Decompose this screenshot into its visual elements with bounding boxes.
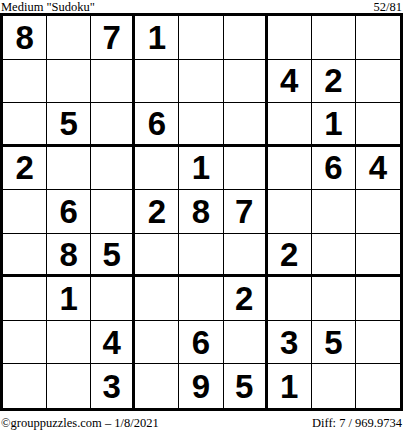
cell-r6c4[interactable]	[135, 234, 179, 278]
cell-r2c3[interactable]	[91, 60, 135, 104]
cell-r3c2[interactable]: 5	[47, 103, 91, 147]
cell-r9c5[interactable]: 9	[179, 364, 223, 408]
given-digit: 1	[148, 21, 166, 54]
sudoku-page: Medium "Sudoku" 52/81 871425612164628785…	[0, 0, 403, 437]
given-digit: 3	[280, 326, 298, 359]
given-digit: 8	[59, 238, 77, 271]
cell-r9c6[interactable]: 5	[224, 364, 268, 408]
progress-counter: 52/81	[374, 1, 402, 13]
given-digit: 8	[15, 21, 33, 54]
cell-r3c4[interactable]: 6	[135, 103, 179, 147]
cell-r3c6[interactable]	[224, 103, 268, 147]
cell-r9c3[interactable]: 3	[91, 364, 135, 408]
difficulty-text: Diff: 7 / 969.9734	[312, 416, 402, 430]
cell-r1c3[interactable]: 7	[91, 16, 135, 60]
cell-r5c1[interactable]	[3, 190, 47, 234]
given-digit: 4	[280, 64, 298, 97]
puzzle-title: Medium "Sudoku"	[1, 1, 95, 13]
cell-r5c9[interactable]	[356, 190, 400, 234]
cell-r8c8[interactable]: 5	[312, 321, 356, 365]
cell-r8c4[interactable]	[135, 321, 179, 365]
cell-r7c3[interactable]	[91, 277, 135, 321]
copyright-text: ©grouppuzzles.com – 1/8/2021	[1, 416, 159, 430]
given-digit: 6	[148, 107, 166, 140]
cell-r3c8[interactable]: 1	[312, 103, 356, 147]
footer: ©grouppuzzles.com – 1/8/2021 Diff: 7 / 9…	[0, 411, 403, 430]
cell-r7c8[interactable]	[312, 277, 356, 321]
cell-r4c5[interactable]: 1	[179, 147, 223, 191]
cell-r7c4[interactable]	[135, 277, 179, 321]
given-digit: 3	[103, 370, 121, 403]
given-digit: 2	[324, 64, 342, 97]
cell-r8c3[interactable]: 4	[91, 321, 135, 365]
cell-r4c3[interactable]	[91, 147, 135, 191]
cell-r1c1[interactable]: 8	[3, 16, 47, 60]
given-digit: 6	[59, 195, 77, 228]
cell-r5c3[interactable]	[91, 190, 135, 234]
given-digit: 2	[15, 151, 33, 184]
cell-r3c5[interactable]	[179, 103, 223, 147]
given-digit: 1	[324, 107, 342, 140]
given-digit: 2	[235, 282, 253, 315]
header: Medium "Sudoku" 52/81	[0, 0, 403, 13]
cell-r4c6[interactable]	[224, 147, 268, 191]
cell-r1c7[interactable]	[268, 16, 312, 60]
cell-r7c5[interactable]	[179, 277, 223, 321]
cell-r8c2[interactable]	[47, 321, 91, 365]
given-digit: 7	[235, 195, 253, 228]
given-digit: 5	[324, 326, 342, 359]
cell-r6c7[interactable]: 2	[268, 234, 312, 278]
cell-r3c9[interactable]	[356, 103, 400, 147]
cell-r1c4[interactable]: 1	[135, 16, 179, 60]
cell-r5c8[interactable]	[312, 190, 356, 234]
cell-r6c2[interactable]: 8	[47, 234, 91, 278]
cell-r2c6[interactable]	[224, 60, 268, 104]
sudoku-board: 87142561216462878521246353951	[0, 13, 403, 411]
cell-r7c2[interactable]: 1	[47, 277, 91, 321]
cell-r9c7[interactable]: 1	[268, 364, 312, 408]
cell-r3c7[interactable]	[268, 103, 312, 147]
cell-r4c4[interactable]	[135, 147, 179, 191]
cell-r9c1[interactable]	[3, 364, 47, 408]
cell-r8c7[interactable]: 3	[268, 321, 312, 365]
given-digit: 5	[103, 238, 121, 271]
cell-r4c7[interactable]	[268, 147, 312, 191]
cell-r5c4[interactable]: 2	[135, 190, 179, 234]
cell-r5c2[interactable]: 6	[47, 190, 91, 234]
cell-r9c2[interactable]	[47, 364, 91, 408]
given-digit: 2	[148, 195, 166, 228]
cell-r1c6[interactable]	[224, 16, 268, 60]
cell-r4c1[interactable]: 2	[3, 147, 47, 191]
cell-r6c6[interactable]	[224, 234, 268, 278]
cell-r1c2[interactable]	[47, 16, 91, 60]
cell-r7c7[interactable]	[268, 277, 312, 321]
cell-r2c7[interactable]: 4	[268, 60, 312, 104]
cell-r1c5[interactable]	[179, 16, 223, 60]
given-digit: 7	[103, 21, 121, 54]
given-digit: 6	[324, 151, 342, 184]
cell-r8c5[interactable]: 6	[179, 321, 223, 365]
given-digit: 1	[280, 370, 298, 403]
given-digit: 6	[192, 326, 210, 359]
cell-r8c1[interactable]	[3, 321, 47, 365]
cell-r6c8[interactable]	[312, 234, 356, 278]
given-digit: 1	[59, 282, 77, 315]
cell-r5c5[interactable]: 8	[179, 190, 223, 234]
cell-r7c1[interactable]	[3, 277, 47, 321]
cell-r8c9[interactable]	[356, 321, 400, 365]
cell-r1c8[interactable]	[312, 16, 356, 60]
cell-r9c9[interactable]	[356, 364, 400, 408]
cell-r9c4[interactable]	[135, 364, 179, 408]
cell-r2c2[interactable]	[47, 60, 91, 104]
cell-r5c6[interactable]: 7	[224, 190, 268, 234]
given-digit: 1	[192, 151, 210, 184]
cell-r6c5[interactable]	[179, 234, 223, 278]
cell-r2c5[interactable]	[179, 60, 223, 104]
cell-r8c6[interactable]	[224, 321, 268, 365]
given-digit: 9	[192, 370, 210, 403]
cell-r1c9[interactable]	[356, 16, 400, 60]
cell-r6c9[interactable]	[356, 234, 400, 278]
cell-r7c9[interactable]	[356, 277, 400, 321]
cell-r5c7[interactable]	[268, 190, 312, 234]
cell-r2c1[interactable]	[3, 60, 47, 104]
cell-r4c8[interactable]: 6	[312, 147, 356, 191]
given-digit: 4	[369, 151, 387, 184]
cell-r3c3[interactable]	[91, 103, 135, 147]
cell-r2c4[interactable]	[135, 60, 179, 104]
given-digit: 8	[192, 195, 210, 228]
cell-r6c3[interactable]: 5	[91, 234, 135, 278]
cell-r7c6[interactable]: 2	[224, 277, 268, 321]
cell-r2c9[interactable]	[356, 60, 400, 104]
given-digit: 4	[103, 326, 121, 359]
given-digit: 5	[59, 107, 77, 140]
cell-r9c8[interactable]	[312, 364, 356, 408]
cell-r4c9[interactable]: 4	[356, 147, 400, 191]
cell-r4c2[interactable]	[47, 147, 91, 191]
cell-r3c1[interactable]	[3, 103, 47, 147]
given-digit: 5	[235, 370, 253, 403]
given-digit: 2	[280, 238, 298, 271]
cell-r2c8[interactable]: 2	[312, 60, 356, 104]
cell-r6c1[interactable]	[3, 234, 47, 278]
